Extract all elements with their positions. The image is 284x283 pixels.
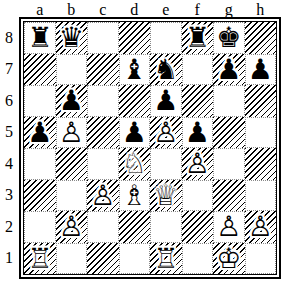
square-g7[interactable]: ♟ <box>213 54 245 86</box>
square-h4[interactable] <box>245 148 277 180</box>
piece-white-knight-d4[interactable]: ♘ <box>119 148 151 180</box>
rank-label-2: 2 <box>0 211 18 243</box>
square-f3[interactable] <box>182 180 214 212</box>
square-f7[interactable] <box>182 54 214 86</box>
square-h7[interactable]: ♟ <box>245 54 277 86</box>
piece-black-rook-f8[interactable]: ♜ <box>182 22 214 54</box>
square-b3[interactable] <box>56 180 88 212</box>
square-h6[interactable] <box>245 85 277 117</box>
piece-black-knight-e7[interactable]: ♞ <box>150 54 182 86</box>
square-b8[interactable]: ♛ <box>56 22 88 54</box>
piece-white-pawn-c3[interactable]: ♙ <box>87 180 119 212</box>
square-h1[interactable] <box>245 243 277 275</box>
file-label-f: f <box>182 0 214 18</box>
square-a5[interactable]: ♟ <box>24 117 56 149</box>
square-e6[interactable]: ♟ <box>150 85 182 117</box>
square-e1[interactable]: ♖ <box>150 243 182 275</box>
file-label-h: h <box>245 0 277 18</box>
square-a2[interactable] <box>24 211 56 243</box>
square-e8[interactable] <box>150 22 182 54</box>
file-label-e: e <box>150 0 182 18</box>
square-d1[interactable] <box>119 243 151 275</box>
square-d6[interactable] <box>119 85 151 117</box>
chess-diagram: abcdefgh 87654321 ♜♛♜♚♝♞♟♟♟♟♟♙♟♙♟♘♙♙♗♕♙♙… <box>0 0 284 283</box>
square-e3[interactable]: ♕ <box>150 180 182 212</box>
square-d4[interactable]: ♘ <box>119 148 151 180</box>
chess-board: ♜♛♜♚♝♞♟♟♟♟♟♙♟♙♟♘♙♙♗♕♙♙♙♖♖♔ <box>24 22 276 274</box>
piece-white-pawn-e5[interactable]: ♙ <box>150 117 182 149</box>
rank-label-1: 1 <box>0 243 18 275</box>
square-d8[interactable] <box>119 22 151 54</box>
piece-white-pawn-b2[interactable]: ♙ <box>56 211 88 243</box>
piece-black-king-g8[interactable]: ♚ <box>214 23 244 53</box>
rank-label-3: 3 <box>0 180 18 212</box>
square-a4[interactable] <box>24 148 56 180</box>
square-d3[interactable]: ♗ <box>119 180 151 212</box>
square-d2[interactable] <box>119 211 151 243</box>
piece-black-pawn-f5[interactable]: ♟ <box>183 118 213 148</box>
square-a3[interactable] <box>24 180 56 212</box>
piece-black-pawn-h7[interactable]: ♟ <box>246 55 276 85</box>
board-frame: ♜♛♜♚♝♞♟♟♟♟♟♙♟♙♟♘♙♙♗♕♙♙♙♖♖♔ <box>19 17 281 279</box>
square-f5[interactable]: ♟ <box>182 117 214 149</box>
square-f4[interactable]: ♙ <box>182 148 214 180</box>
square-a1[interactable]: ♖ <box>24 243 56 275</box>
square-a8[interactable]: ♜ <box>24 22 56 54</box>
square-c1[interactable] <box>87 243 119 275</box>
piece-white-pawn-b5[interactable]: ♙ <box>57 118 87 148</box>
piece-black-pawn-g7[interactable]: ♟ <box>213 54 245 86</box>
rank-label-8: 8 <box>0 22 18 54</box>
square-e4[interactable] <box>150 148 182 180</box>
file-label-b: b <box>56 0 88 18</box>
square-c8[interactable] <box>87 22 119 54</box>
file-label-a: a <box>24 0 56 18</box>
square-c2[interactable] <box>87 211 119 243</box>
square-c5[interactable] <box>87 117 119 149</box>
square-e7[interactable]: ♞ <box>150 54 182 86</box>
square-a6[interactable] <box>24 85 56 117</box>
square-g5[interactable] <box>213 117 245 149</box>
square-g3[interactable] <box>213 180 245 212</box>
piece-black-pawn-b6[interactable]: ♟ <box>56 85 88 117</box>
square-b1[interactable] <box>56 243 88 275</box>
piece-white-king-g1[interactable]: ♔ <box>213 243 245 275</box>
square-c6[interactable] <box>87 85 119 117</box>
piece-white-bishop-d3[interactable]: ♗ <box>120 181 150 211</box>
square-e2[interactable] <box>150 211 182 243</box>
piece-white-queen-e3[interactable]: ♕ <box>150 180 182 212</box>
square-g2[interactable]: ♙ <box>213 211 245 243</box>
square-c4[interactable] <box>87 148 119 180</box>
square-h5[interactable] <box>245 117 277 149</box>
piece-black-pawn-e6[interactable]: ♟ <box>151 86 181 116</box>
square-f1[interactable] <box>182 243 214 275</box>
square-g4[interactable] <box>213 148 245 180</box>
file-label-d: d <box>119 0 151 18</box>
square-b7[interactable] <box>56 54 88 86</box>
square-c3[interactable]: ♙ <box>87 180 119 212</box>
square-b2[interactable]: ♙ <box>56 211 88 243</box>
square-b5[interactable]: ♙ <box>56 117 88 149</box>
square-h8[interactable] <box>245 22 277 54</box>
square-f2[interactable] <box>182 211 214 243</box>
square-d5[interactable]: ♟ <box>119 117 151 149</box>
file-label-g: g <box>213 0 245 18</box>
square-a7[interactable] <box>24 54 56 86</box>
piece-black-bishop-d7[interactable]: ♝ <box>120 55 150 85</box>
rank-label-6: 6 <box>0 85 18 117</box>
rank-label-5: 5 <box>0 117 18 149</box>
piece-black-queen-b8[interactable]: ♛ <box>56 22 88 54</box>
piece-white-pawn-g2[interactable]: ♙ <box>214 212 244 242</box>
piece-white-pawn-f4[interactable]: ♙ <box>182 148 214 180</box>
square-f8[interactable]: ♜ <box>182 22 214 54</box>
piece-black-pawn-a5[interactable]: ♟ <box>24 117 56 149</box>
square-g1[interactable]: ♔ <box>213 243 245 275</box>
piece-white-rook-a1[interactable]: ♖ <box>24 243 56 275</box>
square-h3[interactable] <box>245 180 277 212</box>
board-inner-border: ♜♛♜♚♝♞♟♟♟♟♟♙♟♙♟♘♙♙♗♕♙♙♙♖♖♔ <box>23 21 277 275</box>
square-d7[interactable]: ♝ <box>119 54 151 86</box>
piece-white-rook-e1[interactable]: ♖ <box>150 243 182 275</box>
square-c7[interactable] <box>87 54 119 86</box>
square-g6[interactable] <box>213 85 245 117</box>
square-b4[interactable] <box>56 148 88 180</box>
square-g8[interactable]: ♚ <box>213 22 245 54</box>
file-labels: abcdefgh <box>24 0 276 18</box>
rank-label-4: 4 <box>0 148 18 180</box>
piece-black-rook-a8[interactable]: ♜ <box>25 23 55 53</box>
square-b6[interactable]: ♟ <box>56 85 88 117</box>
piece-white-pawn-h2[interactable]: ♙ <box>245 211 277 243</box>
piece-black-pawn-d5[interactable]: ♟ <box>120 118 150 148</box>
file-label-c: c <box>87 0 119 18</box>
square-f6[interactable] <box>182 85 214 117</box>
square-h2[interactable]: ♙ <box>245 211 277 243</box>
square-e5[interactable]: ♙ <box>150 117 182 149</box>
rank-label-7: 7 <box>0 54 18 86</box>
rank-labels: 87654321 <box>0 22 18 274</box>
